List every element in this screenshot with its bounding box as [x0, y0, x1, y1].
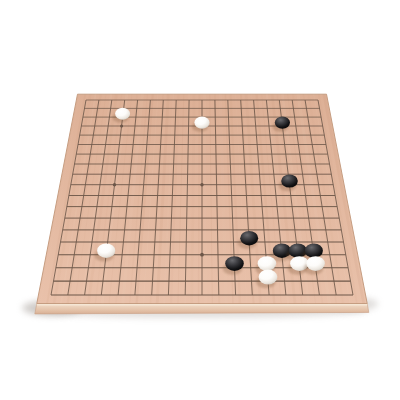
- star-point: [113, 183, 116, 186]
- star-point: [200, 253, 204, 257]
- photo-canvas: [0, 0, 400, 400]
- stone-white-D4: [97, 243, 115, 258]
- star-point: [120, 124, 123, 127]
- stone-white-O3: [258, 256, 277, 271]
- stone-black-N5: [240, 231, 258, 245]
- go-board: [0, 0, 400, 400]
- stone-black-M3: [225, 256, 244, 271]
- stone-white-K16: [194, 117, 209, 129]
- stone-black-R4: [305, 243, 323, 258]
- stone-white-D17: [115, 108, 130, 120]
- board-side-face: [35, 304, 369, 314]
- board-photo-svg: [0, 0, 400, 400]
- star-point: [200, 183, 203, 186]
- stone-white-R3: [306, 256, 325, 271]
- stone-black-Q16: [275, 117, 290, 129]
- stone-black-Q10: [281, 174, 298, 187]
- stone-white-O2: [259, 270, 278, 285]
